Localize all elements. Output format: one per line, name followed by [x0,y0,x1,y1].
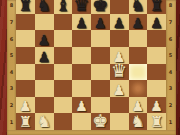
square-e3[interactable] [91,80,110,97]
square-d4[interactable] [72,64,91,81]
square-b1[interactable]: ♞ [35,113,54,130]
chess-board[interactable]: ♜♞♝♛♚♞♜♟♟♟♟♟♟♟♟♛♟♟♟♟♟♜♞♚♞♜ [16,0,166,130]
piece-black-knight-g8[interactable]: ♞ [129,0,148,14]
square-c2[interactable] [54,97,73,114]
square-a1[interactable]: ♜ [16,113,35,130]
square-g6[interactable] [129,30,148,47]
square-b6[interactable]: ♟ [35,30,54,47]
square-c5[interactable] [54,47,73,64]
square-h1[interactable]: ♜ [147,113,166,130]
rank-label-left-5: 5 [7,52,16,58]
rank-label-right-7: 7 [166,19,175,25]
square-e4[interactable] [91,64,110,81]
rank-label-right-5: 5 [166,52,175,58]
square-c6[interactable] [54,30,73,47]
piece-black-pawn-b6[interactable]: ♟ [35,33,54,47]
square-f3[interactable]: ♟ [110,80,129,97]
piece-white-rook-h1[interactable]: ♜ [147,115,166,130]
piece-white-pawn-a2[interactable]: ♟ [16,99,35,113]
square-h3[interactable] [147,80,166,97]
square-b8[interactable]: ♞ [35,0,54,14]
piece-black-pawn-g7[interactable]: ♟ [129,16,148,30]
square-f1[interactable] [110,113,129,130]
square-a2[interactable]: ♟ [16,97,35,114]
piece-white-pawn-d2[interactable]: ♟ [72,99,91,113]
square-f2[interactable] [110,97,129,114]
square-g3[interactable] [129,80,148,97]
square-b3[interactable] [35,80,54,97]
square-d5[interactable] [72,47,91,64]
rank-label-left-1: 1 [7,119,16,125]
square-g1[interactable]: ♞ [129,113,148,130]
rank-label-left-2: 2 [7,102,16,108]
piece-white-pawn-f3[interactable]: ♟ [110,83,129,97]
square-a4[interactable] [16,64,35,81]
square-d7[interactable]: ♟ [72,14,91,31]
piece-black-pawn-e7[interactable]: ♟ [91,16,110,30]
square-e6[interactable] [91,30,110,47]
rank-label-right-3: 3 [166,85,175,91]
square-h2[interactable]: ♟ [147,97,166,114]
piece-black-pawn-b5[interactable]: ♟ [35,50,54,64]
piece-white-knight-b1[interactable]: ♞ [35,114,54,130]
piece-black-rook-a8[interactable]: ♜ [16,0,35,14]
piece-black-rook-h8[interactable]: ♜ [147,0,166,14]
square-a6[interactable] [16,30,35,47]
square-g4[interactable] [129,64,148,81]
square-c7[interactable] [54,14,73,31]
square-g7[interactable]: ♟ [129,14,148,31]
square-e1[interactable]: ♚ [91,113,110,130]
piece-black-pawn-h7[interactable]: ♟ [147,16,166,30]
square-g2[interactable]: ♟ [129,97,148,114]
square-g5[interactable] [129,47,148,64]
rank-label-right-1: 1 [166,119,175,125]
square-f4[interactable]: ♛ [110,64,129,81]
rank-label-left-4: 4 [7,69,16,75]
square-h4[interactable] [147,64,166,81]
piece-black-pawn-f7[interactable]: ♟ [110,16,129,30]
square-b2[interactable] [35,97,54,114]
square-e8[interactable]: ♚ [91,0,110,14]
rank-label-left-3: 3 [7,85,16,91]
rank-label-right-4: 4 [166,69,175,75]
rank-label-right-6: 6 [166,36,175,42]
square-b7[interactable] [35,14,54,31]
piece-white-pawn-h2[interactable]: ♟ [147,99,166,113]
square-d1[interactable] [72,113,91,130]
square-d2[interactable]: ♟ [72,97,91,114]
chess-app-screenshot: ♜♞♝♛♚♞♜♟♟♟♟♟♟♟♟♛♟♟♟♟♟♜♞♚♞♜ 8765432187654… [0,0,180,135]
square-c4[interactable] [54,64,73,81]
square-c8[interactable]: ♝ [54,0,73,14]
piece-black-pawn-d7[interactable]: ♟ [72,16,91,30]
square-f6[interactable] [110,30,129,47]
square-h8[interactable]: ♜ [147,0,166,14]
piece-white-rook-a1[interactable]: ♜ [16,115,35,130]
rank-label-left-6: 6 [7,36,16,42]
square-a7[interactable] [16,14,35,31]
square-h5[interactable] [147,47,166,64]
piece-white-king-e1[interactable]: ♚ [91,112,110,130]
rank-label-right-2: 2 [166,102,175,108]
rank-label-left-8: 8 [7,2,16,8]
square-a8[interactable]: ♜ [16,0,35,14]
square-d8[interactable]: ♛ [72,0,91,14]
square-a3[interactable] [16,80,35,97]
square-f8[interactable] [110,0,129,14]
piece-black-queen-d8[interactable]: ♛ [72,0,91,14]
square-a5[interactable] [16,47,35,64]
square-e7[interactable]: ♟ [91,14,110,31]
square-e5[interactable] [91,47,110,64]
square-g8[interactable]: ♞ [129,0,148,14]
square-d3[interactable] [72,80,91,97]
square-b5[interactable]: ♟ [35,47,54,64]
piece-black-king-e8[interactable]: ♚ [91,0,110,14]
square-c3[interactable] [54,80,73,97]
rank-label-left-7: 7 [7,19,16,25]
rank-label-right-8: 8 [166,2,175,8]
square-f7[interactable]: ♟ [110,14,129,31]
piece-black-knight-b8[interactable]: ♞ [35,0,54,14]
piece-white-knight-g1[interactable]: ♞ [129,114,148,130]
square-c1[interactable] [54,113,73,130]
square-d6[interactable] [72,30,91,47]
square-h6[interactable] [147,30,166,47]
piece-white-queen-f4[interactable]: ♛ [110,62,129,80]
square-h7[interactable]: ♟ [147,14,166,31]
piece-black-bishop-c8[interactable]: ♝ [54,0,73,14]
square-b4[interactable] [35,64,54,81]
